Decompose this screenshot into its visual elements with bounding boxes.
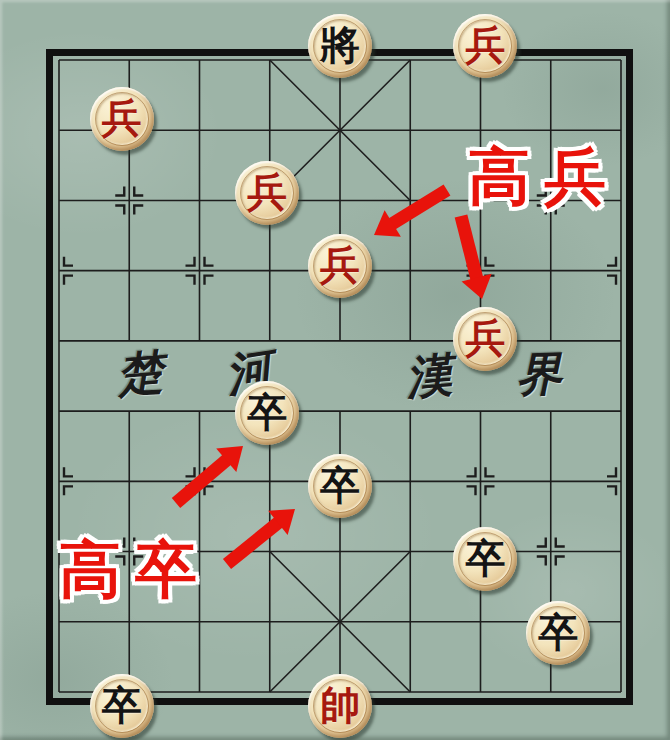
xiangqi-board-window: 楚 河 漢 界 將兵兵兵兵兵卒卒卒卒卒帥 高兵 高卒 bbox=[0, 0, 670, 740]
annotation-label-gao-bing: 高兵 bbox=[454, 135, 620, 219]
annotation-arrows bbox=[0, 0, 670, 740]
annotation-label-gao-zu: 高卒 bbox=[45, 528, 211, 612]
